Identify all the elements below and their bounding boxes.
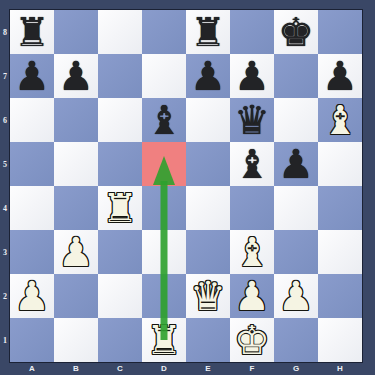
- square-e3[interactable]: [186, 230, 230, 274]
- square-g5[interactable]: ♟: [274, 142, 318, 186]
- piece-black-pawn[interactable]: ♟: [190, 54, 226, 98]
- square-f2[interactable]: ♟: [230, 274, 274, 318]
- file-label-a: A: [10, 362, 54, 375]
- piece-black-king[interactable]: ♚: [278, 10, 314, 54]
- square-c2[interactable]: [98, 274, 142, 318]
- square-e7[interactable]: ♟: [186, 54, 230, 98]
- piece-black-rook[interactable]: ♜: [14, 10, 50, 54]
- piece-black-pawn[interactable]: ♟: [14, 54, 50, 98]
- square-f4[interactable]: [230, 186, 274, 230]
- square-d6[interactable]: ♝: [142, 98, 186, 142]
- square-g6[interactable]: [274, 98, 318, 142]
- piece-black-queen[interactable]: ♛: [234, 98, 270, 142]
- rank-label-1: 1: [0, 318, 10, 362]
- piece-white-bishop[interactable]: ♝: [322, 98, 358, 142]
- square-g3[interactable]: [274, 230, 318, 274]
- file-label-f: F: [230, 362, 274, 375]
- square-d3[interactable]: [142, 230, 186, 274]
- chess-board[interactable]: ♜♜♚♟♟♟♟♟♝♛♝♝♟♜♟♝♟♛♟♟♜♚: [10, 10, 362, 362]
- piece-black-bishop[interactable]: ♝: [234, 142, 270, 186]
- square-e6[interactable]: [186, 98, 230, 142]
- square-a3[interactable]: [10, 230, 54, 274]
- square-a6[interactable]: [10, 98, 54, 142]
- square-f8[interactable]: [230, 10, 274, 54]
- square-g7[interactable]: [274, 54, 318, 98]
- piece-white-rook[interactable]: ♜: [146, 318, 182, 362]
- rank-label-4: 4: [0, 186, 10, 230]
- piece-black-pawn[interactable]: ♟: [234, 54, 270, 98]
- square-a5[interactable]: [10, 142, 54, 186]
- square-d8[interactable]: [142, 10, 186, 54]
- rank-label-6: 6: [0, 98, 10, 142]
- file-label-b: B: [54, 362, 98, 375]
- square-a8[interactable]: ♜: [10, 10, 54, 54]
- square-h1[interactable]: [318, 318, 362, 362]
- square-c5[interactable]: [98, 142, 142, 186]
- file-label-g: G: [274, 362, 318, 375]
- file-label-h: H: [318, 362, 362, 375]
- rank-label-7: 7: [0, 54, 10, 98]
- file-labels: ABCDEFGH: [10, 362, 362, 375]
- piece-white-bishop[interactable]: ♝: [234, 230, 270, 274]
- piece-white-pawn[interactable]: ♟: [58, 230, 94, 274]
- square-e8[interactable]: ♜: [186, 10, 230, 54]
- square-g8[interactable]: ♚: [274, 10, 318, 54]
- square-d7[interactable]: [142, 54, 186, 98]
- square-c8[interactable]: [98, 10, 142, 54]
- chess-board-frame: 87654321 ♜♜♚♟♟♟♟♟♝♛♝♝♟♜♟♝♟♛♟♟♜♚ ABCDEFGH: [0, 0, 375, 375]
- square-g4[interactable]: [274, 186, 318, 230]
- square-h6[interactable]: ♝: [318, 98, 362, 142]
- square-b5[interactable]: [54, 142, 98, 186]
- square-c4[interactable]: ♜: [98, 186, 142, 230]
- square-f3[interactable]: ♝: [230, 230, 274, 274]
- square-e2[interactable]: ♛: [186, 274, 230, 318]
- square-b2[interactable]: [54, 274, 98, 318]
- rank-label-2: 2: [0, 274, 10, 318]
- square-c6[interactable]: [98, 98, 142, 142]
- square-b1[interactable]: [54, 318, 98, 362]
- rank-label-3: 3: [0, 230, 10, 274]
- square-h5[interactable]: [318, 142, 362, 186]
- piece-white-rook[interactable]: ♜: [102, 186, 138, 230]
- square-c1[interactable]: [98, 318, 142, 362]
- square-d2[interactable]: [142, 274, 186, 318]
- square-c3[interactable]: [98, 230, 142, 274]
- rank-label-8: 8: [0, 10, 10, 54]
- piece-white-king[interactable]: ♚: [234, 318, 270, 362]
- square-b3[interactable]: ♟: [54, 230, 98, 274]
- square-d5[interactable]: [142, 142, 186, 186]
- piece-black-pawn[interactable]: ♟: [58, 54, 94, 98]
- square-f5[interactable]: ♝: [230, 142, 274, 186]
- file-label-d: D: [142, 362, 186, 375]
- piece-white-pawn[interactable]: ♟: [278, 274, 314, 318]
- square-a1[interactable]: [10, 318, 54, 362]
- square-g1[interactable]: [274, 318, 318, 362]
- square-e4[interactable]: [186, 186, 230, 230]
- file-label-c: C: [98, 362, 142, 375]
- piece-black-bishop[interactable]: ♝: [146, 98, 182, 142]
- square-h8[interactable]: [318, 10, 362, 54]
- square-a2[interactable]: ♟: [10, 274, 54, 318]
- square-h2[interactable]: [318, 274, 362, 318]
- square-b8[interactable]: [54, 10, 98, 54]
- square-f6[interactable]: ♛: [230, 98, 274, 142]
- rank-label-5: 5: [0, 142, 10, 186]
- square-b4[interactable]: [54, 186, 98, 230]
- piece-white-pawn[interactable]: ♟: [14, 274, 50, 318]
- square-b6[interactable]: [54, 98, 98, 142]
- square-e5[interactable]: [186, 142, 230, 186]
- square-e1[interactable]: [186, 318, 230, 362]
- piece-black-pawn[interactable]: ♟: [278, 142, 314, 186]
- piece-white-pawn[interactable]: ♟: [234, 274, 270, 318]
- square-b7[interactable]: ♟: [54, 54, 98, 98]
- square-f1[interactable]: ♚: [230, 318, 274, 362]
- square-d1[interactable]: ♜: [142, 318, 186, 362]
- square-f7[interactable]: ♟: [230, 54, 274, 98]
- piece-white-queen[interactable]: ♛: [190, 274, 226, 318]
- square-g2[interactable]: ♟: [274, 274, 318, 318]
- square-a7[interactable]: ♟: [10, 54, 54, 98]
- square-c7[interactable]: [98, 54, 142, 98]
- square-h3[interactable]: [318, 230, 362, 274]
- piece-black-pawn[interactable]: ♟: [322, 54, 358, 98]
- piece-black-rook[interactable]: ♜: [190, 10, 226, 54]
- square-a4[interactable]: [10, 186, 54, 230]
- square-h7[interactable]: ♟: [318, 54, 362, 98]
- rank-labels: 87654321: [0, 10, 10, 362]
- square-d4[interactable]: [142, 186, 186, 230]
- file-label-e: E: [186, 362, 230, 375]
- square-h4[interactable]: [318, 186, 362, 230]
